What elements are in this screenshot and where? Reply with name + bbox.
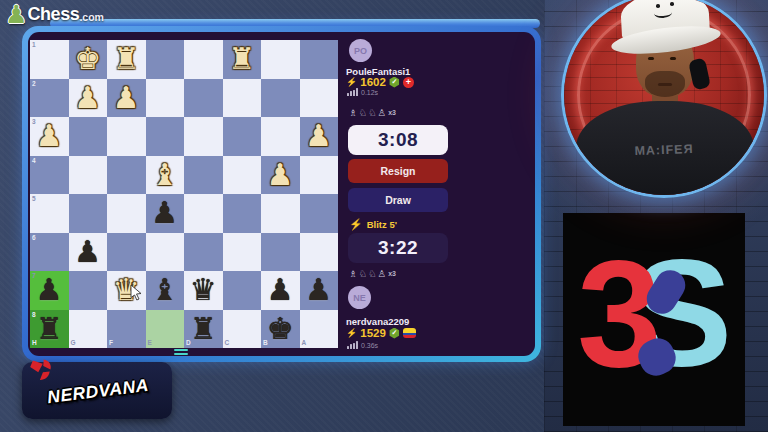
stream-frame: ♟ Chess .com 1♚♜♜2♟♟♟3♟4♝♟5♟6♟♟7♛♝♛♟♟♜8H… [0,0,768,432]
time-control-label: Blitz 5' [367,219,397,230]
square-h6[interactable]: 6 [30,233,69,272]
square-f8[interactable]: F [107,310,146,349]
square-c4[interactable] [223,156,262,195]
rank-label-1: 1 [32,42,36,49]
square-c3[interactable] [223,117,262,156]
square-a4[interactable] [300,156,339,195]
file-label-f: F [109,340,113,347]
file-label-e: E [148,340,152,347]
square-b7[interactable]: ♟ [261,271,300,310]
chesscom-logo-text: Chess [27,4,79,25]
chess-board: 1♚♜♜2♟♟♟3♟4♝♟5♟6♟♟7♛♝♛♟♟♜8HGFE♜DC♚BA [30,40,338,348]
square-e2[interactable] [146,79,185,118]
square-a3[interactable]: ♟ [300,117,339,156]
rank-label-3: 3 [32,119,36,126]
bottom-player-latency: 0.36s [361,342,378,349]
piece-white-pawn[interactable]: ♟ [69,79,108,118]
square-e1[interactable] [146,40,185,79]
file-label-h: H [32,340,37,347]
bottom-player-latency-row: 0.36s [347,341,378,349]
square-h1[interactable]: 1 [30,40,69,79]
ecuador-flag-badge [403,328,416,338]
square-h4[interactable]: 4 [30,156,69,195]
square-e7[interactable]: ♝ [146,271,185,310]
square-b2[interactable] [261,79,300,118]
signal-bars-icon [347,88,358,96]
eye [648,57,654,60]
board-menu-button[interactable] [174,349,188,355]
nerdvana-banner: NERDVANA [22,362,172,419]
rank-label-2: 2 [32,81,36,88]
resign-button[interactable]: Resign [348,159,448,183]
captured-knight-icon: ♘ [368,108,377,118]
draw-button[interactable]: Draw [348,188,448,212]
piece-white-king[interactable]: ♚ [69,40,108,79]
square-h2[interactable]: 2 [30,79,69,118]
sponsor-3s-logo: S 3 [563,213,745,426]
game-window-body: 1♚♜♜2♟♟♟3♟4♝♟5♟6♟♟7♛♝♛♟♟♜8HGFE♜DC♚BA PO … [28,32,535,356]
square-g5[interactable] [69,194,108,233]
time-control-row: ⚡ Blitz 5' [349,218,397,231]
verified-badge-icon: ✓ [389,328,400,339]
webcam-feed: MA:IFEЯ [561,0,767,198]
square-c6[interactable] [223,233,262,272]
square-e4[interactable]: ♝ [146,156,185,195]
signal-bars-icon [347,341,358,349]
square-h3[interactable]: ♟3 [30,117,69,156]
square-a1[interactable] [300,40,339,79]
piece-white-pawn[interactable]: ♟ [107,79,146,118]
square-h7[interactable]: ♟7 [30,271,69,310]
square-f5[interactable] [107,194,146,233]
square-b8[interactable]: ♚B [261,310,300,349]
piece-white-rook[interactable]: ♜ [107,40,146,79]
captured-count: x3 [388,270,396,277]
piece-white-bishop[interactable]: ♝ [146,156,185,195]
rank-label-4: 4 [32,158,36,165]
bottom-player-rating-row: ⚡ 1529 ✓ [346,327,416,339]
piece-black-bishop[interactable]: ♝ [146,271,185,310]
rank-label-8: 8 [32,312,36,319]
square-e8[interactable]: E [146,310,185,349]
square-g6[interactable]: ♟ [69,233,108,272]
square-e6[interactable] [146,233,185,272]
file-label-g: G [71,340,76,347]
square-f3[interactable] [107,117,146,156]
lightning-icon: ⚡ [346,77,357,87]
square-c5[interactable] [223,194,262,233]
lightning-icon: ⚡ [346,328,357,338]
square-b3[interactable] [261,117,300,156]
piece-white-pawn[interactable]: ♟ [300,117,339,156]
avatar-top-player[interactable]: PO [349,39,372,62]
square-g8[interactable]: G [69,310,108,349]
rank-label-5: 5 [32,196,36,203]
captured-bishop-icon: ♗ [349,108,358,118]
hat-smiley-eye [656,4,660,8]
square-e5[interactable]: ♟ [146,194,185,233]
green-pawn-icon: ♟ [5,0,27,28]
square-b6[interactable] [261,233,300,272]
square-d2[interactable] [184,79,223,118]
verified-badge-icon: ✓ [389,77,400,88]
top-player-latency: 0.12s [361,89,378,96]
square-d6[interactable] [184,233,223,272]
square-f1[interactable]: ♜ [107,40,146,79]
bottom-player-captured-pieces: ♗♘♘♙x3 [349,269,396,279]
piece-white-pawn[interactable]: ♟ [261,156,300,195]
bottom-player-rating: 1529 [360,327,386,339]
hat-smiley-eye [670,2,674,6]
piece-black-pawn[interactable]: ♟ [146,194,185,233]
square-d3[interactable] [184,117,223,156]
square-h5[interactable]: 5 [30,194,69,233]
square-f6[interactable] [107,233,146,272]
square-d5[interactable] [184,194,223,233]
captured-count: x3 [388,109,396,116]
captured-knight-icon: ♘ [359,269,368,279]
rank-label-6: 6 [32,235,36,242]
piece-black-queen[interactable]: ♛ [184,271,223,310]
square-g4[interactable] [69,156,108,195]
file-label-b: B [263,340,268,347]
blitz-lightning-icon: ⚡ [349,218,363,231]
webcam-red-brick-backdrop: MA:IFEЯ [564,0,764,195]
captured-knight-icon: ♘ [368,269,377,279]
bottom-player-name[interactable]: nerdvana2209 [346,316,409,327]
square-f4[interactable] [107,156,146,195]
captured-knight-icon: ♘ [359,108,368,118]
eye [670,57,676,60]
file-label-c: C [225,340,230,347]
square-a6[interactable] [300,233,339,272]
piece-black-pawn[interactable]: ♟ [300,271,339,310]
piece-black-pawn[interactable]: ♟ [69,233,108,272]
square-b5[interactable] [261,194,300,233]
square-c7[interactable] [223,271,262,310]
piece-white-rook[interactable]: ♜ [223,40,262,79]
captured-pawn-icon: ♙ [378,108,387,118]
game-window: 1♚♜♜2♟♟♟3♟4♝♟5♟6♟♟7♛♝♛♟♟♜8HGFE♜DC♚BA PO … [22,26,541,362]
square-d4[interactable] [184,156,223,195]
square-a2[interactable] [300,79,339,118]
square-h8[interactable]: ♜8H [30,310,69,349]
captured-pawn-icon: ♙ [378,269,387,279]
bottom-player-clock: 3:22 [348,233,448,263]
square-g2[interactable]: ♟ [69,79,108,118]
top-player-captured-pieces: ♗♘♘♙x3 [349,108,396,118]
square-a8[interactable]: A [300,310,339,349]
square-c1[interactable]: ♜ [223,40,262,79]
square-d1[interactable] [184,40,223,79]
square-a5[interactable] [300,194,339,233]
swiss-flag-badge: + [403,77,414,88]
mouse-cursor [130,284,143,301]
square-f2[interactable]: ♟ [107,79,146,118]
square-d7[interactable]: ♛ [184,271,223,310]
square-b4[interactable]: ♟ [261,156,300,195]
top-player-latency-row: 0.12s [347,88,378,96]
file-label-d: D [186,340,191,347]
square-b1[interactable] [261,40,300,79]
square-d8[interactable]: ♜D [184,310,223,349]
top-player-rating-row: ⚡ 1602 ✓ + [346,76,414,88]
top-player-clock: 3:08 [348,125,448,155]
avatar-bottom-player[interactable]: NE [348,286,371,309]
square-a7[interactable]: ♟ [300,271,339,310]
rank-label-7: 7 [32,273,36,280]
file-label-a: A [302,340,307,347]
captured-bishop-icon: ♗ [349,269,358,279]
top-player-rating: 1602 [360,76,386,88]
square-g7[interactable] [69,271,108,310]
nerdvana-red-logo-icon [23,350,63,390]
square-g1[interactable]: ♚ [69,40,108,79]
mouth [658,83,672,86]
square-e3[interactable] [146,117,185,156]
square-c2[interactable] [223,79,262,118]
square-g3[interactable] [69,117,108,156]
chesscom-logo-tld: .com [79,11,104,23]
chesscom-logo: ♟ Chess .com [5,0,104,28]
piece-black-pawn[interactable]: ♟ [261,271,300,310]
square-c8[interactable]: C [223,310,262,349]
